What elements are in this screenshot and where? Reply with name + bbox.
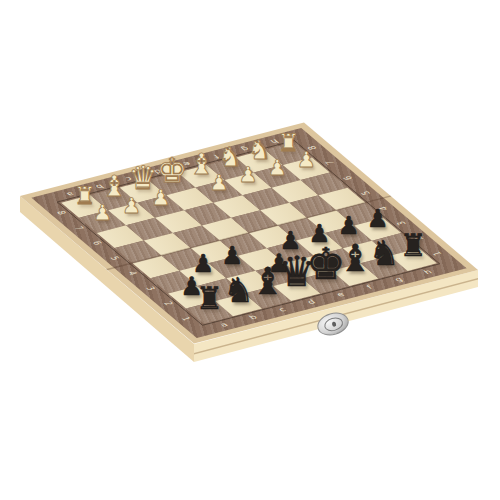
chess-board: aa88bb77cc66dd55ee44ff33gg22hh11 xyxy=(20,122,478,343)
chess-set-photo: aa88bb77cc66dd55ee44ff33gg22hh11 ♜♝♛♚♝♞♞… xyxy=(0,0,500,500)
